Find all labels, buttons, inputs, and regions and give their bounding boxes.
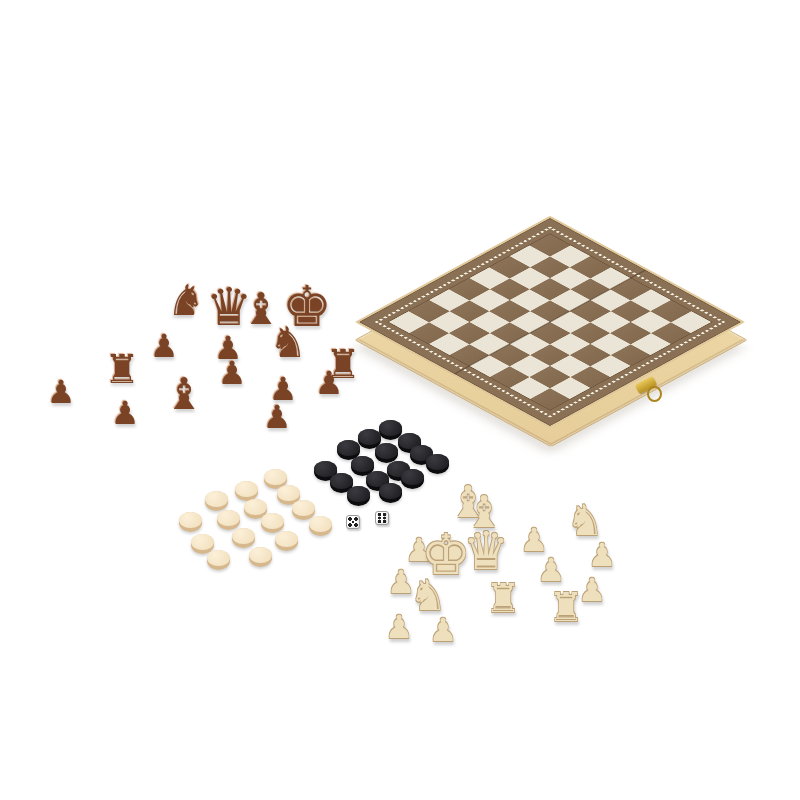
cream-checker [292,500,315,520]
cream-checker-top [249,547,272,563]
black-checker [401,469,424,489]
cream-checker [275,531,298,551]
cream-checker-top [235,481,258,497]
cream-checker [309,516,332,536]
black-checker-top [426,454,449,470]
dark-knight: ♞ [267,322,309,364]
cream-checker-top [179,512,202,528]
chessboard-top-face [355,216,745,429]
dark-pawn: ♟ [313,367,345,399]
cream-checker [261,513,284,533]
dark-pawn: ♟ [148,330,180,362]
light-pawn: ♟ [383,611,415,643]
cream-checker-top [205,491,228,507]
dark-pawn: ♟ [216,357,248,389]
cream-checker-top [261,513,284,529]
black-checker [426,454,449,474]
cream-checker [207,550,230,570]
light-pawn: ♟ [427,614,459,646]
black-checker [375,443,398,463]
cream-checker [217,510,240,530]
light-pawn: ♟ [535,554,567,586]
black-checker-top [337,440,360,456]
black-checker-top [330,473,353,489]
brass-clasp-ring [647,386,662,402]
dark-knight: ♞ [165,280,207,322]
light-rook: ♜ [546,587,586,627]
die-showing-5 [346,515,360,529]
cream-checker-top [309,516,332,532]
dark-pawn: ♟ [261,401,293,433]
cream-checker-top [277,485,300,501]
cream-checker [179,512,202,532]
dark-rook: ♜ [102,349,142,389]
cream-checker-top [275,531,298,547]
cream-checker-top [244,499,267,515]
cream-checker [235,481,258,501]
cream-checker-top [264,469,287,485]
cream-checker-top [207,550,230,566]
black-checker [347,486,370,506]
black-checker-top [379,483,402,499]
cream-checker [232,528,255,548]
light-pawn: ♟ [586,539,618,571]
die-showing-6 [375,511,389,525]
product-photo-canvas: ♞♝♛♚♟♞♟♜♜♟♟♟♟♝♟♟ ♝♝♞♟♟♟♛♚♟♟♟♞♜♜♟♟ [0,0,800,800]
cream-checker [249,547,272,567]
black-checker-top [347,486,370,502]
dark-pawn: ♟ [45,376,77,408]
dark-queen: ♛ [203,281,255,333]
black-checker-top [401,469,424,485]
cream-checker-top [191,534,214,550]
black-checker-top [358,429,381,445]
dark-bishop: ♝ [162,372,206,416]
cream-checker-top [232,528,255,544]
black-checker-top [375,443,398,459]
dark-pawn: ♟ [109,397,141,429]
black-checker-top [379,420,402,436]
light-rook: ♜ [483,578,523,618]
black-checker [379,483,402,503]
cream-checker-top [292,500,315,516]
cream-checker [205,491,228,511]
cream-checker-top [217,510,240,526]
black-checker-top [351,456,374,472]
